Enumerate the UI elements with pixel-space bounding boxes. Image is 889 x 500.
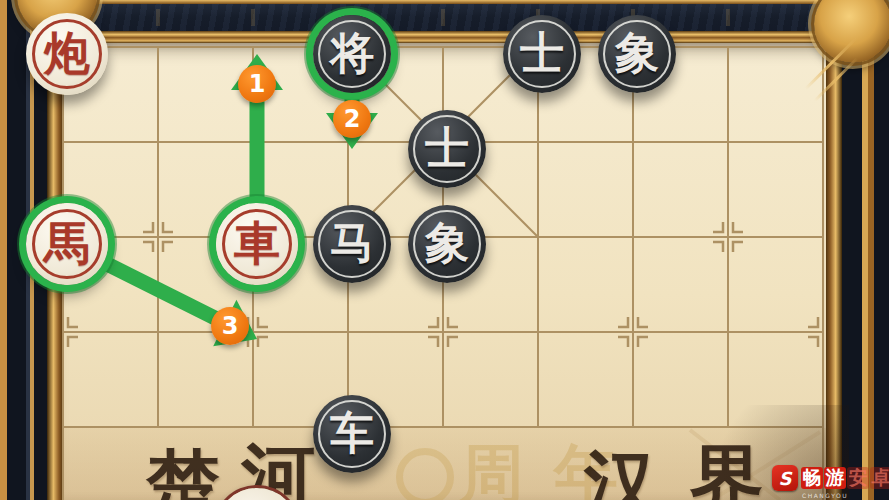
piece-character: 車: [234, 220, 280, 266]
watermark-brand-char-faded: 安: [847, 467, 869, 489]
watermark-brand-char: 畅: [801, 467, 823, 489]
piece-character: 象: [615, 31, 659, 75]
piece-character: 炮: [44, 30, 90, 76]
piece-character: 马: [330, 221, 374, 265]
move-badge-1: 1: [238, 65, 276, 103]
piece-red-炮[interactable]: 炮: [26, 13, 108, 95]
move-badge-2: 2: [333, 100, 371, 138]
piece-character: 象: [425, 221, 469, 265]
piece-character: 将: [330, 31, 374, 75]
piece-black-马[interactable]: 马: [313, 205, 391, 283]
watermark-logo-icon: S: [772, 465, 798, 491]
piece-red-馬[interactable]: 馬: [26, 203, 108, 285]
watermark-caption: CHANGYOU: [802, 492, 848, 499]
piece-red-車[interactable]: 車: [216, 203, 298, 285]
piece-black-将[interactable]: 将: [313, 15, 391, 93]
watermark-brand-char: 游: [824, 467, 846, 489]
watermark-brand-char-faded: 卓: [870, 467, 889, 489]
piece-black-车[interactable]: 车: [313, 395, 391, 473]
site-watermark: S 畅游安卓网 CHANGYOU: [772, 465, 889, 491]
piece-black-象[interactable]: 象: [598, 15, 676, 93]
piece-character: 馬: [44, 220, 90, 266]
piece-character: 士: [520, 31, 564, 75]
piece-black-士[interactable]: 士: [408, 110, 486, 188]
piece-black-象[interactable]: 象: [408, 205, 486, 283]
piece-black-士[interactable]: 士: [503, 15, 581, 93]
watermark-brand: 畅游安卓网: [801, 467, 889, 489]
piece-character: 车: [330, 411, 374, 455]
move-badge-3: 3: [211, 307, 249, 345]
xiangqi-puzzle-screen: 楚 河 汉 界 周 年 炮将士象士馬車马象车 123 S 畅游安卓网 CHANG…: [0, 0, 889, 500]
piece-character: 士: [425, 126, 469, 170]
